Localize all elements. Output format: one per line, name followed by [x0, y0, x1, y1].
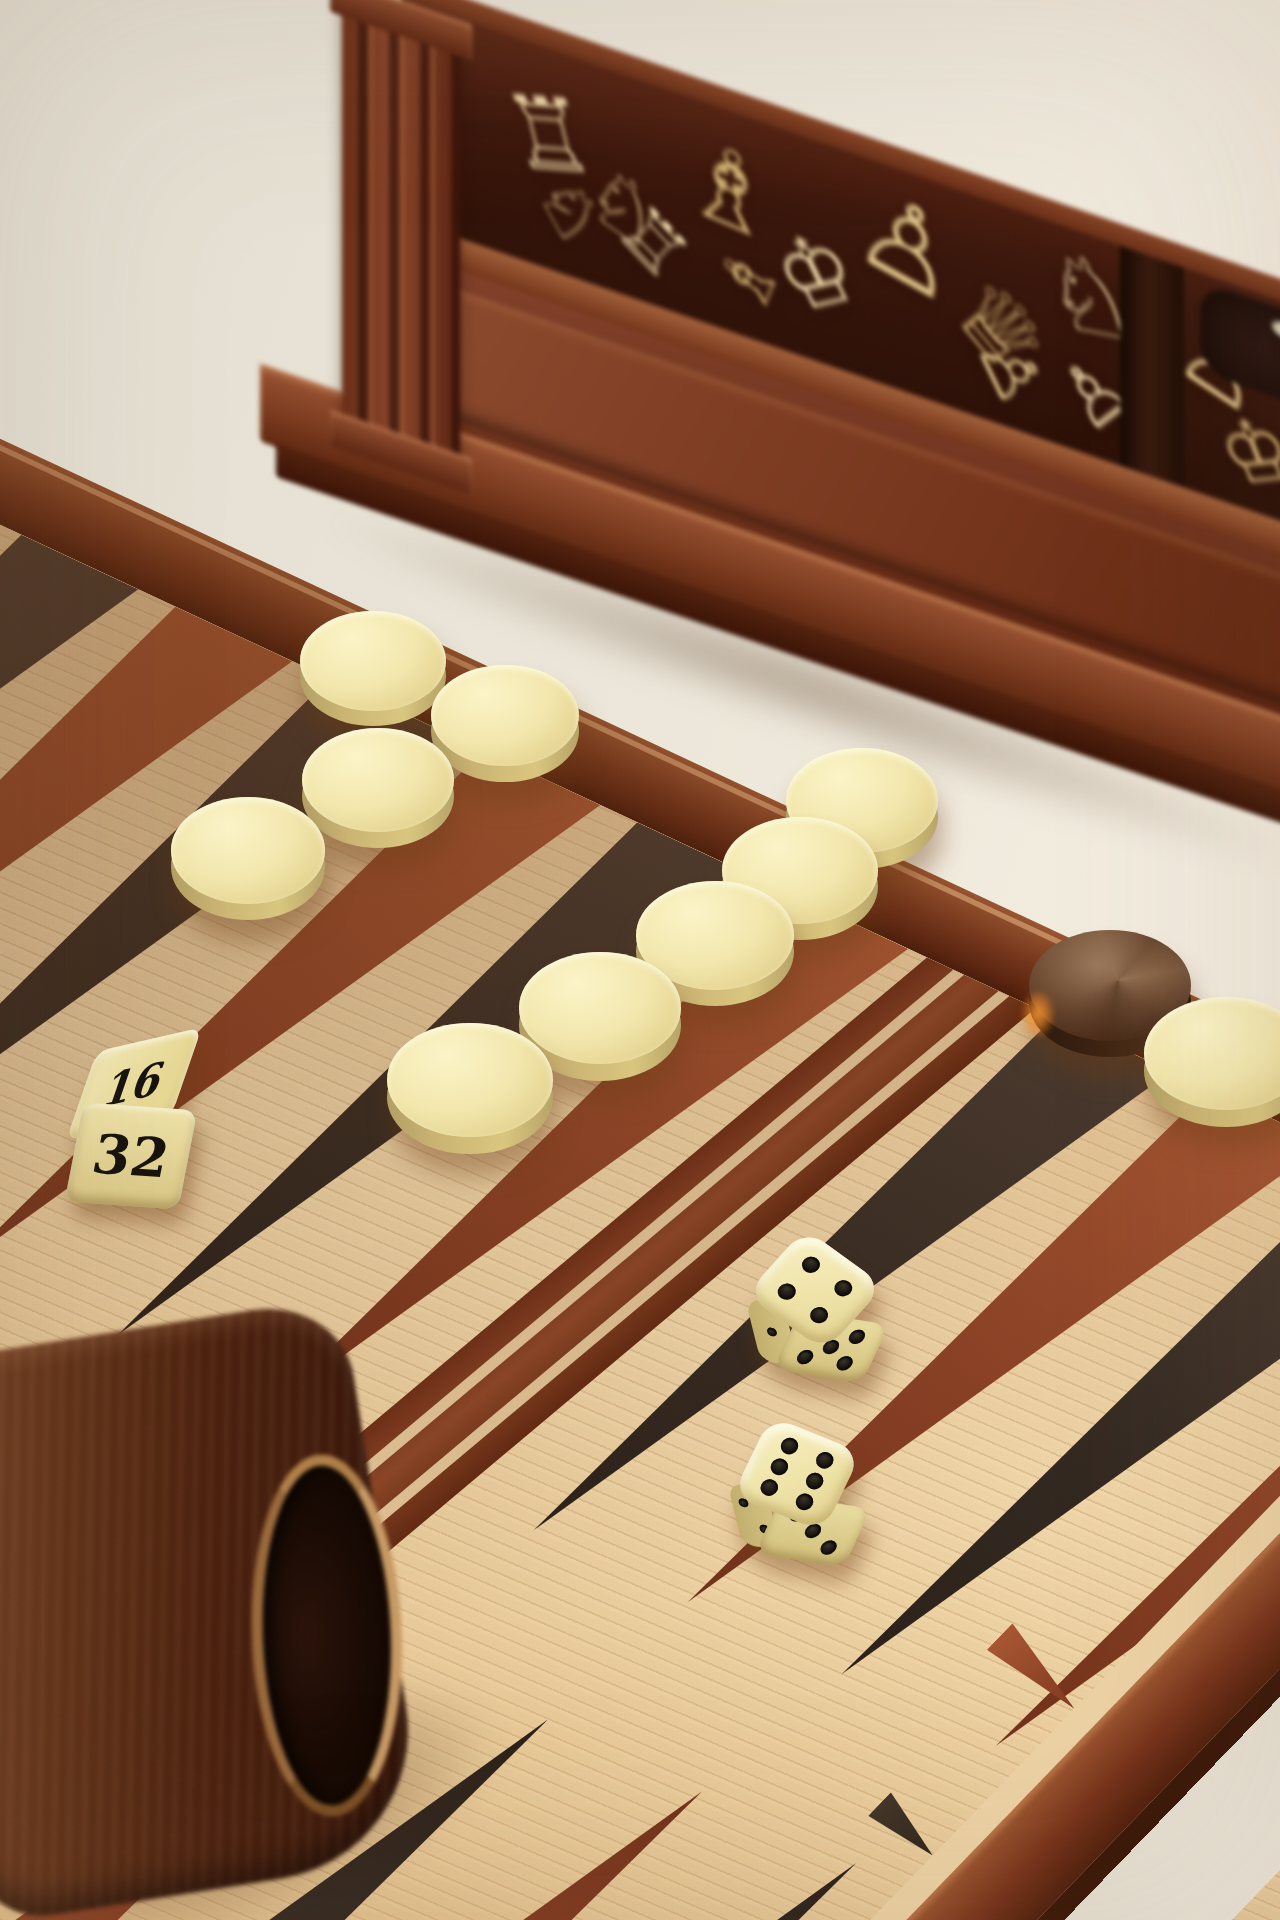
die-pip — [793, 1491, 816, 1513]
die-pip — [775, 1280, 800, 1303]
die-pip — [768, 1456, 791, 1478]
die-pip — [778, 1436, 801, 1458]
die-pip — [758, 1477, 781, 1499]
checker-top — [387, 1023, 553, 1137]
chess-piece-icon: ♔ — [1207, 407, 1280, 498]
die-pip — [798, 1254, 823, 1277]
die-1-showing-4[interactable] — [756, 1242, 882, 1382]
die-pip — [846, 1329, 867, 1345]
box-divider — [1120, 246, 1184, 494]
checker-ivory-p8-1[interactable] — [1144, 997, 1280, 1120]
die-pip — [802, 1523, 823, 1539]
doubling-cube-front-face: 32 — [65, 1103, 198, 1210]
checker-top — [300, 611, 446, 711]
die-2-showing-6[interactable] — [738, 1426, 870, 1572]
scene: ♖♘♗♔♙♕♘♙♗♖♙♔♙♘ — [0, 0, 1280, 1920]
checker-ivory-p3-1[interactable] — [300, 611, 446, 720]
die-pip — [834, 1355, 855, 1371]
die-pip — [795, 1349, 816, 1365]
die-pip — [830, 1277, 855, 1300]
checker-ivory-p6-5[interactable] — [387, 1023, 553, 1147]
die-pip — [817, 1540, 838, 1556]
die-pip — [766, 1327, 778, 1336]
doubling-cube-value-32: 32 — [87, 1122, 174, 1191]
die-pip — [813, 1450, 836, 1472]
box-fluted-pilaster — [342, 0, 460, 482]
checker-top — [171, 797, 326, 903]
die-pip — [803, 1470, 826, 1492]
checker-ivory-p3-3[interactable] — [171, 797, 326, 913]
doubling-cube[interactable]: 16 32 — [58, 1038, 218, 1208]
die-pip — [806, 1303, 831, 1326]
